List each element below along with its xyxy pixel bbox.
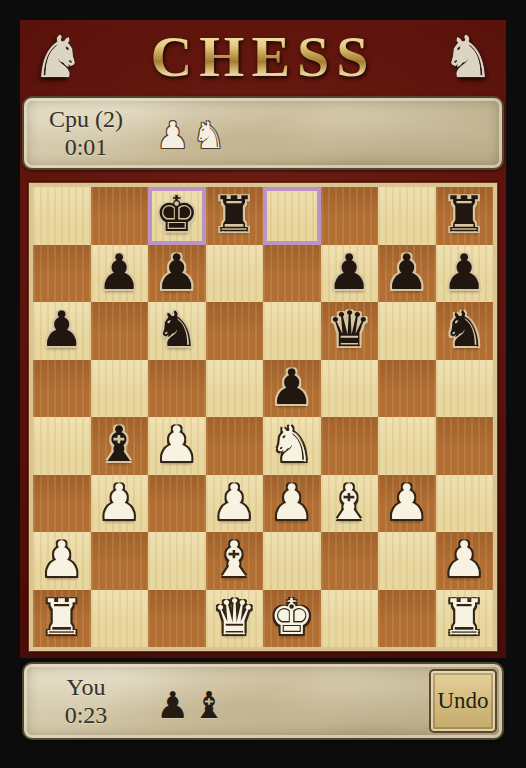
black-knight-piece[interactable]: ♞ [442,305,486,354]
white-rook-piece[interactable]: ♜ [40,593,84,642]
square-b1[interactable] [91,590,149,648]
square-b3[interactable]: ♟ [91,475,149,533]
captured-white-knight-icon: ♞ [192,117,225,154]
square-c1[interactable] [148,590,206,648]
square-b5[interactable] [91,360,149,418]
you-info-block: You 0:23 [24,674,142,729]
app-panel: ♞ CHESS ♞ Cpu (2) 0:01 ♟♞ ♚♜♜♟♟♟♟♟♟♞♛♞♟♝… [20,20,506,658]
title-bar: ♞ CHESS ♞ [20,20,506,94]
square-d7[interactable] [206,245,264,303]
black-pawn-piece[interactable]: ♟ [40,305,84,354]
white-rook-piece[interactable]: ♜ [442,593,486,642]
square-c3[interactable] [148,475,206,533]
black-king-piece[interactable]: ♚ [155,190,199,239]
square-b4[interactable]: ♝ [91,417,149,475]
cpu-captured-tray: ♟♞ [156,98,225,168]
square-e6[interactable] [263,302,321,360]
black-rook-piece[interactable]: ♜ [442,190,486,239]
square-c7[interactable]: ♟ [148,245,206,303]
square-c5[interactable] [148,360,206,418]
cpu-info-block: Cpu (2) 0:01 [24,106,142,161]
black-pawn-piece[interactable]: ♟ [327,248,371,297]
square-f3[interactable]: ♝ [321,475,379,533]
square-b8[interactable] [91,187,149,245]
square-g2[interactable] [378,532,436,590]
cpu-player-panel: Cpu (2) 0:01 ♟♞ [22,96,504,170]
square-f1[interactable] [321,590,379,648]
square-f8[interactable] [321,187,379,245]
square-e4[interactable]: ♞ [263,417,321,475]
square-c2[interactable] [148,532,206,590]
square-a6[interactable]: ♟ [33,302,91,360]
cpu-player-name: Cpu (2) [49,106,123,132]
square-h1[interactable]: ♜ [436,590,494,648]
board: ♚♜♜♟♟♟♟♟♟♞♛♞♟♝♟♞♟♟♟♝♟♟♝♟♜♛♚♜ [33,187,493,647]
white-pawn-piece[interactable]: ♟ [442,535,486,584]
square-g5[interactable] [378,360,436,418]
square-h5[interactable] [436,360,494,418]
you-captured-tray: ♟♝ [156,664,225,738]
square-h7[interactable]: ♟ [436,245,494,303]
black-knight-piece[interactable]: ♞ [155,305,199,354]
captured-black-pawn-icon: ♟ [156,687,189,724]
square-d5[interactable] [206,360,264,418]
white-knight-piece[interactable]: ♞ [270,420,314,469]
you-player-name: You [67,674,106,700]
square-a7[interactable] [33,245,91,303]
square-a2[interactable]: ♟ [33,532,91,590]
square-a4[interactable] [33,417,91,475]
square-c6[interactable]: ♞ [148,302,206,360]
square-e2[interactable] [263,532,321,590]
square-e5[interactable]: ♟ [263,360,321,418]
square-e8[interactable] [263,187,321,245]
square-a3[interactable] [33,475,91,533]
square-h6[interactable]: ♞ [436,302,494,360]
black-pawn-piece[interactable]: ♟ [442,248,486,297]
square-h3[interactable] [436,475,494,533]
square-g8[interactable] [378,187,436,245]
square-a5[interactable] [33,360,91,418]
square-f7[interactable]: ♟ [321,245,379,303]
square-h8[interactable]: ♜ [436,187,494,245]
square-f2[interactable] [321,532,379,590]
square-c8[interactable]: ♚ [148,187,206,245]
square-g7[interactable]: ♟ [378,245,436,303]
square-e7[interactable] [263,245,321,303]
white-pawn-piece[interactable]: ♟ [155,420,199,469]
you-player-clock: 0:23 [65,702,108,728]
square-g1[interactable] [378,590,436,648]
square-d4[interactable] [206,417,264,475]
black-pawn-piece[interactable]: ♟ [270,363,314,412]
square-b2[interactable] [91,532,149,590]
square-c4[interactable]: ♟ [148,417,206,475]
square-b7[interactable]: ♟ [91,245,149,303]
white-king-piece[interactable]: ♚ [270,593,314,642]
knight-icon: ♞ [32,28,84,86]
white-bishop-piece[interactable]: ♝ [212,535,256,584]
square-e3[interactable]: ♟ [263,475,321,533]
square-h2[interactable]: ♟ [436,532,494,590]
black-pawn-piece[interactable]: ♟ [97,248,141,297]
square-d2[interactable]: ♝ [206,532,264,590]
square-d3[interactable]: ♟ [206,475,264,533]
white-pawn-piece[interactable]: ♟ [97,478,141,527]
black-rook-piece[interactable]: ♜ [212,190,256,239]
square-f6[interactable]: ♛ [321,302,379,360]
square-d1[interactable]: ♛ [206,590,264,648]
board-frame: ♚♜♜♟♟♟♟♟♟♞♛♞♟♝♟♞♟♟♟♝♟♟♝♟♜♛♚♜ [28,182,498,652]
white-pawn-piece[interactable]: ♟ [270,478,314,527]
captured-black-bishop-icon: ♝ [192,687,225,724]
black-pawn-piece[interactable]: ♟ [155,248,199,297]
square-a8[interactable] [33,187,91,245]
square-b6[interactable] [91,302,149,360]
black-pawn-piece[interactable]: ♟ [385,248,429,297]
square-f4[interactable] [321,417,379,475]
white-pawn-piece[interactable]: ♟ [40,535,84,584]
square-e1[interactable]: ♚ [263,590,321,648]
captured-white-pawn-icon: ♟ [156,117,189,154]
cpu-player-clock: 0:01 [65,134,108,160]
white-pawn-piece[interactable]: ♟ [212,478,256,527]
square-a1[interactable]: ♜ [33,590,91,648]
square-f5[interactable] [321,360,379,418]
white-bishop-piece[interactable]: ♝ [327,478,371,527]
square-g4[interactable] [378,417,436,475]
knight-icon: ♞ [442,28,494,86]
undo-button[interactable]: Undo [429,669,497,733]
square-d8[interactable]: ♜ [206,187,264,245]
square-d6[interactable] [206,302,264,360]
black-queen-piece[interactable]: ♛ [327,305,371,354]
white-pawn-piece[interactable]: ♟ [385,478,429,527]
square-g3[interactable]: ♟ [378,475,436,533]
square-h4[interactable] [436,417,494,475]
white-queen-piece[interactable]: ♛ [212,593,256,642]
undo-button-label: Undo [437,688,488,714]
black-bishop-piece[interactable]: ♝ [97,420,141,469]
square-g6[interactable] [378,302,436,360]
you-player-panel: You 0:23 ♟♝ Undo [22,662,504,740]
app-title: CHESS [150,28,375,86]
